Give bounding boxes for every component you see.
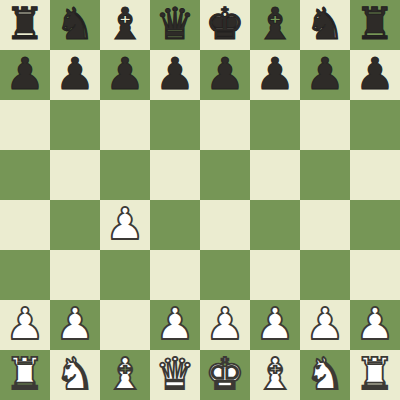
square-e5[interactable] — [200, 150, 250, 200]
square-h3[interactable] — [350, 250, 400, 300]
square-a1[interactable]: ♜ — [0, 350, 50, 400]
piece-white-knight[interactable]: ♞ — [55, 349, 94, 399]
square-c1[interactable]: ♝ — [100, 350, 150, 400]
piece-black-bishop[interactable]: ♝ — [105, 0, 144, 49]
piece-white-pawn[interactable]: ♟ — [105, 199, 144, 249]
square-b8[interactable]: ♞ — [50, 0, 100, 50]
square-f8[interactable]: ♝ — [250, 0, 300, 50]
square-f2[interactable]: ♟ — [250, 300, 300, 350]
square-c8[interactable]: ♝ — [100, 0, 150, 50]
piece-white-pawn[interactable]: ♟ — [155, 299, 194, 349]
square-d5[interactable] — [150, 150, 200, 200]
square-h7[interactable]: ♟ — [350, 50, 400, 100]
chess-board: ♜♞♝♛♚♝♞♜♟♟♟♟♟♟♟♟♟♟♟♟♟♟♟♟♜♞♝♛♚♝♞♜ — [0, 0, 400, 400]
square-g2[interactable]: ♟ — [300, 300, 350, 350]
square-d1[interactable]: ♛ — [150, 350, 200, 400]
square-c2[interactable] — [100, 300, 150, 350]
piece-black-rook[interactable]: ♜ — [355, 0, 394, 49]
square-b5[interactable] — [50, 150, 100, 200]
square-e8[interactable]: ♚ — [200, 0, 250, 50]
square-a8[interactable]: ♜ — [0, 0, 50, 50]
square-h6[interactable] — [350, 100, 400, 150]
square-b6[interactable] — [50, 100, 100, 150]
piece-white-bishop[interactable]: ♝ — [255, 349, 294, 399]
piece-black-pawn[interactable]: ♟ — [105, 49, 144, 99]
square-b2[interactable]: ♟ — [50, 300, 100, 350]
square-a3[interactable] — [0, 250, 50, 300]
piece-white-pawn[interactable]: ♟ — [205, 299, 244, 349]
square-g8[interactable]: ♞ — [300, 0, 350, 50]
square-b4[interactable] — [50, 200, 100, 250]
square-a7[interactable]: ♟ — [0, 50, 50, 100]
piece-white-knight[interactable]: ♞ — [305, 349, 344, 399]
square-b3[interactable] — [50, 250, 100, 300]
piece-white-pawn[interactable]: ♟ — [55, 299, 94, 349]
square-d7[interactable]: ♟ — [150, 50, 200, 100]
piece-black-pawn[interactable]: ♟ — [355, 49, 394, 99]
piece-black-bishop[interactable]: ♝ — [255, 0, 294, 49]
square-d4[interactable] — [150, 200, 200, 250]
square-f1[interactable]: ♝ — [250, 350, 300, 400]
square-c5[interactable] — [100, 150, 150, 200]
square-g6[interactable] — [300, 100, 350, 150]
square-c6[interactable] — [100, 100, 150, 150]
square-c3[interactable] — [100, 250, 150, 300]
square-f7[interactable]: ♟ — [250, 50, 300, 100]
square-d6[interactable] — [150, 100, 200, 150]
square-h1[interactable]: ♜ — [350, 350, 400, 400]
square-c4[interactable]: ♟ — [100, 200, 150, 250]
square-g4[interactable] — [300, 200, 350, 250]
piece-black-queen[interactable]: ♛ — [155, 0, 194, 49]
square-e4[interactable] — [200, 200, 250, 250]
piece-white-pawn[interactable]: ♟ — [255, 299, 294, 349]
square-e7[interactable]: ♟ — [200, 50, 250, 100]
square-d3[interactable] — [150, 250, 200, 300]
square-e3[interactable] — [200, 250, 250, 300]
piece-white-pawn[interactable]: ♟ — [355, 299, 394, 349]
square-a2[interactable]: ♟ — [0, 300, 50, 350]
piece-black-king[interactable]: ♚ — [205, 0, 244, 49]
piece-white-pawn[interactable]: ♟ — [305, 299, 344, 349]
piece-black-pawn[interactable]: ♟ — [155, 49, 194, 99]
piece-white-rook[interactable]: ♜ — [5, 349, 44, 399]
square-a6[interactable] — [0, 100, 50, 150]
square-g7[interactable]: ♟ — [300, 50, 350, 100]
square-e6[interactable] — [200, 100, 250, 150]
piece-white-rook[interactable]: ♜ — [355, 349, 394, 399]
piece-black-pawn[interactable]: ♟ — [205, 49, 244, 99]
square-b7[interactable]: ♟ — [50, 50, 100, 100]
square-g3[interactable] — [300, 250, 350, 300]
square-f6[interactable] — [250, 100, 300, 150]
square-a5[interactable] — [0, 150, 50, 200]
square-g5[interactable] — [300, 150, 350, 200]
square-d8[interactable]: ♛ — [150, 0, 200, 50]
piece-black-pawn[interactable]: ♟ — [305, 49, 344, 99]
square-h8[interactable]: ♜ — [350, 0, 400, 50]
square-d2[interactable]: ♟ — [150, 300, 200, 350]
square-f5[interactable] — [250, 150, 300, 200]
piece-white-pawn[interactable]: ♟ — [5, 299, 44, 349]
piece-black-pawn[interactable]: ♟ — [255, 49, 294, 99]
square-e1[interactable]: ♚ — [200, 350, 250, 400]
piece-black-knight[interactable]: ♞ — [55, 0, 94, 49]
square-f3[interactable] — [250, 250, 300, 300]
square-h5[interactable] — [350, 150, 400, 200]
square-g1[interactable]: ♞ — [300, 350, 350, 400]
piece-black-pawn[interactable]: ♟ — [5, 49, 44, 99]
square-a4[interactable] — [0, 200, 50, 250]
piece-black-knight[interactable]: ♞ — [305, 0, 344, 49]
piece-white-queen[interactable]: ♛ — [155, 349, 194, 399]
square-f4[interactable] — [250, 200, 300, 250]
square-e2[interactable]: ♟ — [200, 300, 250, 350]
square-h4[interactable] — [350, 200, 400, 250]
square-h2[interactable]: ♟ — [350, 300, 400, 350]
square-b1[interactable]: ♞ — [50, 350, 100, 400]
piece-white-bishop[interactable]: ♝ — [105, 349, 144, 399]
piece-white-king[interactable]: ♚ — [205, 349, 244, 399]
piece-black-pawn[interactable]: ♟ — [55, 49, 94, 99]
square-c7[interactable]: ♟ — [100, 50, 150, 100]
piece-black-rook[interactable]: ♜ — [5, 0, 44, 49]
